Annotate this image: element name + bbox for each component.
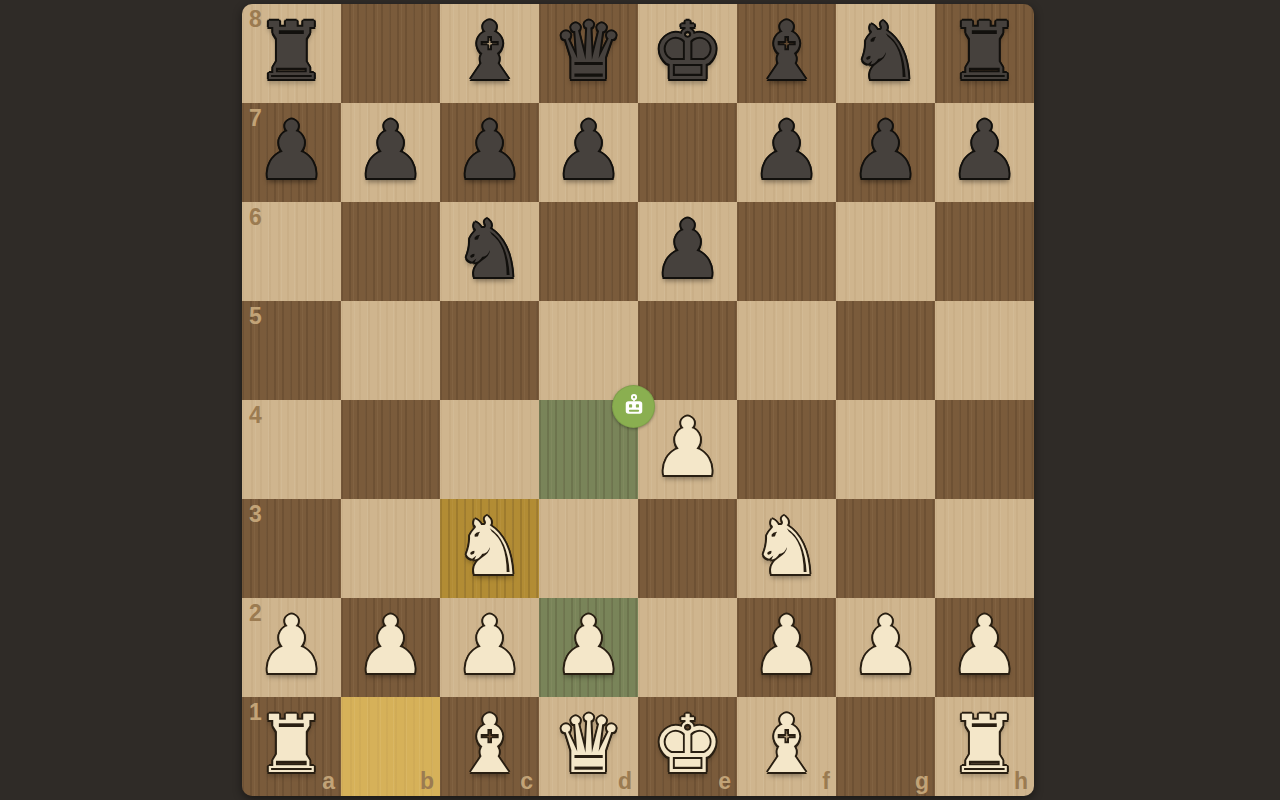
file-label-h: h: [1014, 768, 1028, 795]
piece-white-king: ♚: [638, 695, 737, 794]
piece-white-pawn: ♟: [539, 596, 638, 695]
piece-black-rook: ♜: [242, 4, 341, 101]
square-g6[interactable]: [836, 202, 935, 301]
piece-black-knight: ♞: [836, 4, 935, 101]
square-c6[interactable]: ♞: [440, 202, 539, 301]
square-c2[interactable]: ♟: [440, 598, 539, 697]
square-h7[interactable]: ♟: [935, 103, 1034, 202]
square-b1[interactable]: b: [341, 697, 440, 796]
piece-white-rook: ♜: [935, 695, 1034, 794]
square-e3[interactable]: [638, 499, 737, 598]
square-e7[interactable]: [638, 103, 737, 202]
robot-hint-badge: [612, 385, 655, 428]
square-f4[interactable]: [737, 400, 836, 499]
rank-label-2: 2: [249, 600, 262, 627]
rank-label-1: 1: [249, 699, 262, 726]
square-d7[interactable]: ♟: [539, 103, 638, 202]
square-f6[interactable]: [737, 202, 836, 301]
square-c1[interactable]: c♝: [440, 697, 539, 796]
file-label-d: d: [618, 768, 632, 795]
square-b7[interactable]: ♟: [341, 103, 440, 202]
square-e2[interactable]: [638, 598, 737, 697]
square-b5[interactable]: [341, 301, 440, 400]
square-a6[interactable]: 6: [242, 202, 341, 301]
piece-black-pawn: ♟: [836, 101, 935, 200]
square-b6[interactable]: [341, 202, 440, 301]
rank-label-8: 8: [249, 6, 262, 33]
square-h1[interactable]: h♜: [935, 697, 1034, 796]
rank-label-5: 5: [249, 303, 262, 330]
square-e8[interactable]: ♚: [638, 4, 737, 103]
piece-white-pawn: ♟: [935, 596, 1034, 695]
rank-label-3: 3: [249, 501, 262, 528]
file-label-c: c: [520, 768, 533, 795]
square-e1[interactable]: e♚: [638, 697, 737, 796]
chess-board: 8♜♝♛♚♝♞♜7♟♟♟♟♟♟♟6♞♟54♟3♞♞2♟♟♟♟♟♟♟1a♜bc♝d…: [242, 4, 1034, 796]
piece-black-queen: ♛: [539, 4, 638, 101]
square-c3[interactable]: ♞: [440, 499, 539, 598]
square-g2[interactable]: ♟: [836, 598, 935, 697]
square-e5[interactable]: [638, 301, 737, 400]
file-label-b: b: [420, 768, 434, 795]
square-f5[interactable]: [737, 301, 836, 400]
square-d6[interactable]: [539, 202, 638, 301]
rank-label-6: 6: [249, 204, 262, 231]
square-g1[interactable]: g: [836, 697, 935, 796]
file-label-e: e: [718, 768, 731, 795]
piece-white-bishop: ♝: [737, 695, 836, 794]
square-f3[interactable]: ♞: [737, 499, 836, 598]
square-f2[interactable]: ♟: [737, 598, 836, 697]
square-g8[interactable]: ♞: [836, 4, 935, 103]
file-label-a: a: [322, 768, 335, 795]
square-b3[interactable]: [341, 499, 440, 598]
rank-label-7: 7: [249, 105, 262, 132]
piece-black-king: ♚: [638, 4, 737, 101]
square-h4[interactable]: [935, 400, 1034, 499]
piece-black-knight: ♞: [440, 200, 539, 299]
piece-black-pawn: ♟: [242, 101, 341, 200]
square-a8[interactable]: 8♜: [242, 4, 341, 103]
piece-black-pawn: ♟: [539, 101, 638, 200]
piece-white-rook: ♜: [242, 695, 341, 794]
square-g4[interactable]: [836, 400, 935, 499]
square-g5[interactable]: [836, 301, 935, 400]
square-d3[interactable]: [539, 499, 638, 598]
square-f1[interactable]: f♝: [737, 697, 836, 796]
square-h6[interactable]: [935, 202, 1034, 301]
square-a1[interactable]: 1a♜: [242, 697, 341, 796]
square-a2[interactable]: 2♟: [242, 598, 341, 697]
square-b4[interactable]: [341, 400, 440, 499]
file-label-f: f: [822, 768, 830, 795]
square-g7[interactable]: ♟: [836, 103, 935, 202]
piece-white-queen: ♛: [539, 695, 638, 794]
piece-white-pawn: ♟: [341, 596, 440, 695]
piece-black-rook: ♜: [935, 4, 1034, 101]
square-a5[interactable]: 5: [242, 301, 341, 400]
file-label-g: g: [915, 768, 929, 795]
piece-black-pawn: ♟: [341, 101, 440, 200]
square-f7[interactable]: ♟: [737, 103, 836, 202]
square-c4[interactable]: [440, 400, 539, 499]
square-g3[interactable]: [836, 499, 935, 598]
square-e6[interactable]: ♟: [638, 202, 737, 301]
piece-black-bishop: ♝: [737, 4, 836, 101]
square-c8[interactable]: ♝: [440, 4, 539, 103]
piece-white-pawn: ♟: [440, 596, 539, 695]
square-h5[interactable]: [935, 301, 1034, 400]
piece-black-pawn: ♟: [638, 200, 737, 299]
piece-white-pawn: ♟: [737, 596, 836, 695]
square-c5[interactable]: [440, 301, 539, 400]
square-h2[interactable]: ♟: [935, 598, 1034, 697]
piece-white-pawn: ♟: [836, 596, 935, 695]
piece-white-knight: ♞: [737, 497, 836, 596]
square-a3[interactable]: 3: [242, 499, 341, 598]
piece-white-pawn: ♟: [242, 596, 341, 695]
piece-white-knight: ♞: [440, 497, 539, 596]
piece-black-pawn: ♟: [737, 101, 836, 200]
robot-icon: [619, 392, 649, 422]
square-a4[interactable]: 4: [242, 400, 341, 499]
piece-white-bishop: ♝: [440, 695, 539, 794]
square-f8[interactable]: ♝: [737, 4, 836, 103]
square-h3[interactable]: [935, 499, 1034, 598]
square-d8[interactable]: ♛: [539, 4, 638, 103]
square-b8[interactable]: [341, 4, 440, 103]
piece-black-pawn: ♟: [935, 101, 1034, 200]
square-d1[interactable]: d♛: [539, 697, 638, 796]
rank-label-4: 4: [249, 402, 262, 429]
square-d2[interactable]: ♟: [539, 598, 638, 697]
piece-black-pawn: ♟: [440, 101, 539, 200]
square-a7[interactable]: 7♟: [242, 103, 341, 202]
square-h8[interactable]: ♜: [935, 4, 1034, 103]
square-d5[interactable]: [539, 301, 638, 400]
square-b2[interactable]: ♟: [341, 598, 440, 697]
square-c7[interactable]: ♟: [440, 103, 539, 202]
piece-black-bishop: ♝: [440, 4, 539, 101]
